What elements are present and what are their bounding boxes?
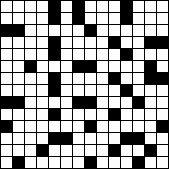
open-cell[interactable] <box>25 13 36 24</box>
open-cell[interactable] <box>25 85 36 96</box>
open-cell[interactable] <box>145 49 156 60</box>
open-cell[interactable] <box>85 37 96 48</box>
blocked-cell <box>61 133 72 144</box>
blocked-cell <box>109 109 120 120</box>
open-cell[interactable] <box>109 49 120 60</box>
open-cell[interactable] <box>73 73 84 84</box>
open-cell[interactable] <box>109 121 120 132</box>
blocked-cell <box>121 49 132 60</box>
open-cell[interactable] <box>37 157 48 168</box>
open-cell[interactable] <box>97 121 108 132</box>
blocked-cell <box>133 133 144 144</box>
open-cell[interactable] <box>121 25 132 36</box>
open-cell[interactable] <box>145 109 156 120</box>
open-cell[interactable] <box>37 61 48 72</box>
open-cell[interactable] <box>97 25 108 36</box>
blocked-cell <box>145 73 156 84</box>
open-cell[interactable] <box>13 109 24 120</box>
blocked-cell <box>109 73 120 84</box>
open-cell[interactable] <box>73 121 84 132</box>
blocked-cell <box>73 97 84 108</box>
open-cell[interactable] <box>49 97 60 108</box>
blocked-cell <box>13 25 24 36</box>
blocked-cell <box>133 97 144 108</box>
open-cell[interactable] <box>13 49 24 60</box>
open-cell[interactable] <box>109 133 120 144</box>
open-cell[interactable] <box>85 109 96 120</box>
blocked-cell <box>49 73 60 84</box>
open-cell[interactable] <box>109 1 120 12</box>
open-cell[interactable] <box>145 85 156 96</box>
open-cell[interactable] <box>121 157 132 168</box>
open-cell[interactable] <box>1 145 12 156</box>
open-cell[interactable] <box>49 157 60 168</box>
open-cell[interactable] <box>37 49 48 60</box>
blocked-cell <box>13 97 24 108</box>
blocked-cell <box>121 133 132 144</box>
open-cell[interactable] <box>133 49 144 60</box>
open-cell[interactable] <box>61 97 72 108</box>
open-cell[interactable] <box>13 85 24 96</box>
blocked-cell <box>13 157 24 168</box>
open-cell[interactable] <box>157 97 168 108</box>
open-cell[interactable] <box>73 85 84 96</box>
open-cell[interactable] <box>25 37 36 48</box>
open-cell[interactable] <box>73 25 84 36</box>
open-cell[interactable] <box>1 61 12 72</box>
open-cell[interactable] <box>97 109 108 120</box>
open-cell[interactable] <box>97 145 108 156</box>
open-cell[interactable] <box>25 157 36 168</box>
blocked-cell <box>49 1 60 12</box>
open-cell[interactable] <box>85 73 96 84</box>
open-cell[interactable] <box>37 25 48 36</box>
open-cell[interactable] <box>145 25 156 36</box>
open-cell[interactable] <box>85 13 96 24</box>
open-cell[interactable] <box>145 157 156 168</box>
open-cell[interactable] <box>133 109 144 120</box>
open-cell[interactable] <box>25 73 36 84</box>
open-cell[interactable] <box>109 13 120 24</box>
open-cell[interactable] <box>121 121 132 132</box>
open-cell[interactable] <box>145 13 156 24</box>
open-cell[interactable] <box>97 13 108 24</box>
blocked-cell <box>85 97 96 108</box>
open-cell[interactable] <box>25 49 36 60</box>
open-cell[interactable] <box>25 25 36 36</box>
open-cell[interactable] <box>25 97 36 108</box>
blocked-cell <box>73 1 84 12</box>
open-cell[interactable] <box>13 61 24 72</box>
open-cell[interactable] <box>133 73 144 84</box>
open-cell[interactable] <box>25 133 36 144</box>
open-cell[interactable] <box>133 145 144 156</box>
open-cell[interactable] <box>1 157 12 168</box>
open-cell[interactable] <box>61 1 72 12</box>
open-cell[interactable] <box>145 121 156 132</box>
blocked-cell <box>109 37 120 48</box>
open-cell[interactable] <box>61 13 72 24</box>
open-cell[interactable] <box>1 85 12 96</box>
open-cell[interactable] <box>97 157 108 168</box>
blocked-cell <box>85 121 96 132</box>
open-cell[interactable] <box>49 25 60 36</box>
open-cell[interactable] <box>61 25 72 36</box>
open-cell[interactable] <box>1 13 12 24</box>
open-cell[interactable] <box>97 1 108 12</box>
open-cell[interactable] <box>133 85 144 96</box>
open-cell[interactable] <box>37 97 48 108</box>
open-cell[interactable] <box>97 85 108 96</box>
open-cell[interactable] <box>49 121 60 132</box>
crossword-grid <box>0 0 169 169</box>
open-cell[interactable] <box>61 109 72 120</box>
open-cell[interactable] <box>157 157 168 168</box>
open-cell[interactable] <box>85 133 96 144</box>
open-cell[interactable] <box>145 97 156 108</box>
open-cell[interactable] <box>97 61 108 72</box>
open-cell[interactable] <box>133 61 144 72</box>
blocked-cell <box>73 61 84 72</box>
open-cell[interactable] <box>157 133 168 144</box>
open-cell[interactable] <box>73 37 84 48</box>
open-cell[interactable] <box>157 49 168 60</box>
open-cell[interactable] <box>13 37 24 48</box>
open-cell[interactable] <box>133 1 144 12</box>
open-cell[interactable] <box>13 121 24 132</box>
open-cell[interactable] <box>109 97 120 108</box>
blocked-cell <box>49 109 60 120</box>
open-cell[interactable] <box>37 13 48 24</box>
open-cell[interactable] <box>121 145 132 156</box>
blocked-cell <box>145 61 156 72</box>
open-cell[interactable] <box>109 25 120 36</box>
blocked-cell <box>157 73 168 84</box>
open-cell[interactable] <box>133 25 144 36</box>
open-cell[interactable] <box>25 145 36 156</box>
blocked-cell <box>49 133 60 144</box>
open-cell[interactable] <box>121 97 132 108</box>
open-cell[interactable] <box>25 1 36 12</box>
blocked-cell <box>49 49 60 60</box>
open-cell[interactable] <box>13 145 24 156</box>
blocked-cell <box>121 1 132 12</box>
open-cell[interactable] <box>61 121 72 132</box>
blocked-cell <box>49 13 60 24</box>
blocked-cell <box>25 61 36 72</box>
open-cell[interactable] <box>61 157 72 168</box>
open-cell[interactable] <box>37 1 48 12</box>
open-cell[interactable] <box>157 1 168 12</box>
open-cell[interactable] <box>1 1 12 12</box>
blocked-cell <box>145 37 156 48</box>
blocked-cell <box>157 121 168 132</box>
open-cell[interactable] <box>73 145 84 156</box>
open-cell[interactable] <box>85 85 96 96</box>
open-cell[interactable] <box>37 121 48 132</box>
open-cell[interactable] <box>37 73 48 84</box>
open-cell[interactable] <box>97 37 108 48</box>
open-cell[interactable] <box>109 61 120 72</box>
open-cell[interactable] <box>133 13 144 24</box>
open-cell[interactable] <box>61 37 72 48</box>
open-cell[interactable] <box>109 157 120 168</box>
open-cell[interactable] <box>37 85 48 96</box>
open-cell[interactable] <box>97 49 108 60</box>
open-cell[interactable] <box>157 61 168 72</box>
blocked-cell <box>85 157 96 168</box>
blocked-cell <box>37 145 48 156</box>
open-cell[interactable] <box>13 133 24 144</box>
blocked-cell <box>157 37 168 48</box>
open-cell[interactable] <box>25 121 36 132</box>
open-cell[interactable] <box>1 37 12 48</box>
open-cell[interactable] <box>97 133 108 144</box>
open-cell[interactable] <box>121 73 132 84</box>
open-cell[interactable] <box>37 109 48 120</box>
open-cell[interactable] <box>145 1 156 12</box>
blocked-cell <box>1 97 12 108</box>
open-cell[interactable] <box>49 61 60 72</box>
blocked-cell <box>85 61 96 72</box>
blocked-cell <box>85 25 96 36</box>
open-cell[interactable] <box>1 133 12 144</box>
open-cell[interactable] <box>61 145 72 156</box>
open-cell[interactable] <box>37 37 48 48</box>
open-cell[interactable] <box>133 37 144 48</box>
open-cell[interactable] <box>61 73 72 84</box>
open-cell[interactable] <box>85 1 96 12</box>
open-cell[interactable] <box>133 121 144 132</box>
open-cell[interactable] <box>157 109 168 120</box>
open-cell[interactable] <box>1 73 12 84</box>
blocked-cell <box>121 13 132 24</box>
blocked-cell <box>73 13 84 24</box>
open-cell[interactable] <box>157 25 168 36</box>
blocked-cell <box>49 37 60 48</box>
open-cell[interactable] <box>121 37 132 48</box>
open-cell[interactable] <box>73 133 84 144</box>
open-cell[interactable] <box>37 133 48 144</box>
open-cell[interactable] <box>121 61 132 72</box>
open-cell[interactable] <box>157 85 168 96</box>
blocked-cell <box>121 85 132 96</box>
open-cell[interactable] <box>97 73 108 84</box>
open-cell[interactable] <box>1 109 12 120</box>
open-cell[interactable] <box>61 85 72 96</box>
open-cell[interactable] <box>73 49 84 60</box>
open-cell[interactable] <box>13 1 24 12</box>
blocked-cell <box>49 85 60 96</box>
open-cell[interactable] <box>145 133 156 144</box>
open-cell[interactable] <box>157 145 168 156</box>
open-cell[interactable] <box>73 157 84 168</box>
open-cell[interactable] <box>61 49 72 60</box>
open-cell[interactable] <box>85 49 96 60</box>
open-cell[interactable] <box>61 61 72 72</box>
open-cell[interactable] <box>85 145 96 156</box>
blocked-cell <box>1 121 12 132</box>
open-cell[interactable] <box>97 97 108 108</box>
open-cell[interactable] <box>13 13 24 24</box>
open-cell[interactable] <box>13 73 24 84</box>
open-cell[interactable] <box>121 109 132 120</box>
blocked-cell <box>145 145 156 156</box>
open-cell[interactable] <box>25 109 36 120</box>
open-cell[interactable] <box>109 85 120 96</box>
blocked-cell <box>1 25 12 36</box>
open-cell[interactable] <box>49 145 60 156</box>
blocked-cell <box>109 145 120 156</box>
open-cell[interactable] <box>73 109 84 120</box>
open-cell[interactable] <box>1 49 12 60</box>
blocked-cell <box>133 157 144 168</box>
open-cell[interactable] <box>157 13 168 24</box>
